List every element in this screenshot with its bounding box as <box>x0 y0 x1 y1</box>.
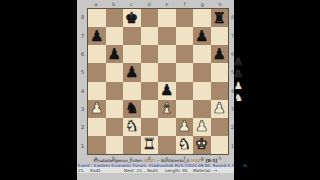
square-c1 <box>123 136 141 154</box>
square-b4 <box>106 82 124 100</box>
square-b2 <box>106 118 124 136</box>
black-king: ♚ <box>125 11 138 26</box>
square-g1: ♚ <box>193 136 211 154</box>
chess-gui-frame: abcdefgh 87654321 87654321 ♚♜♟♟♟♟♟♟♟♞♝♟♞… <box>77 0 243 180</box>
square-c2: ♞ <box>123 118 141 136</box>
square-d3 <box>141 100 159 118</box>
black-pawn-icon: ♟ <box>234 68 243 80</box>
square-c7 <box>123 27 141 45</box>
square-d2 <box>141 118 159 136</box>
square-h7 <box>211 27 229 45</box>
square-h3: ♟ <box>211 100 229 118</box>
game-length: Length: 93 <box>165 168 188 173</box>
square-a8 <box>88 9 106 27</box>
square-f2: ♟ <box>176 118 194 136</box>
black-knight: ♞ <box>125 101 138 116</box>
white-knight-icon: ♞ <box>234 92 243 104</box>
square-d7 <box>141 27 159 45</box>
square-a4 <box>88 82 106 100</box>
square-e2 <box>158 118 176 136</box>
right-black-strip: ♟♟♟♞ <box>234 0 243 180</box>
file-label-top-a: a <box>87 0 105 7</box>
square-h8: ♜ <box>211 9 229 27</box>
white-knight: ♞ <box>178 137 191 152</box>
status-line: 21. Rxd1 Next: 21 ...Nxd1 Length: 93 Mat… <box>77 167 234 173</box>
square-c4 <box>123 82 141 100</box>
black-pawn: ♟ <box>213 47 226 62</box>
move-number: 21. <box>78 168 85 173</box>
rank-label-left-8: 8 <box>80 8 86 26</box>
rank-label-left-4: 4 <box>80 82 86 100</box>
white-pawn: ♟ <box>195 119 208 134</box>
square-e1 <box>158 136 176 154</box>
square-e5 <box>158 63 176 81</box>
square-a3: ♟ <box>88 100 106 118</box>
square-h5 <box>211 63 229 81</box>
square-g5 <box>193 63 211 81</box>
black-pawn: ♟ <box>108 47 121 62</box>
square-a1 <box>88 136 106 154</box>
file-label-top-e: e <box>158 0 176 7</box>
file-label-top-b: b <box>105 0 123 7</box>
black-rook: ♜ <box>213 11 226 26</box>
square-e6 <box>158 45 176 63</box>
square-d6 <box>141 45 159 63</box>
white-rook: ♜ <box>143 137 156 152</box>
black-pawn: ♟ <box>195 29 208 44</box>
square-g7: ♟ <box>193 27 211 45</box>
square-b3 <box>106 100 124 118</box>
black-pawn: ♟ <box>125 65 138 80</box>
square-f8 <box>176 9 194 27</box>
square-d4 <box>141 82 159 100</box>
last-move: Rxd1 <box>90 168 101 173</box>
square-f4 <box>176 82 194 100</box>
video-thumbnail: abcdefgh 87654321 87654321 ♚♜♟♟♟♟♟♟♟♞♝♟♞… <box>0 0 320 180</box>
next-move: Next: 21 ...Nxd1 <box>124 168 158 173</box>
square-c8: ♚ <box>123 9 141 27</box>
white-pawn-icon: ♟ <box>234 80 243 92</box>
square-d5 <box>141 63 159 81</box>
chess-board: ♚♜♟♟♟♟♟♟♟♞♝♟♞♟♟♜♞♚ <box>87 8 229 155</box>
file-label-top-f: f <box>176 0 194 7</box>
rank-labels-left: 87654321 <box>80 8 86 155</box>
white-bishop: ♝ <box>160 101 173 116</box>
material-balance: Material: -+ <box>193 168 218 173</box>
file-label-top-d: d <box>140 0 158 7</box>
square-g2: ♟ <box>193 118 211 136</box>
square-a6 <box>88 45 106 63</box>
square-b5 <box>106 63 124 81</box>
file-label-top-c: c <box>123 0 141 7</box>
square-c6 <box>123 45 141 63</box>
white-pawn: ♟ <box>213 101 226 116</box>
square-b8 <box>106 9 124 27</box>
rank-label-left-6: 6 <box>80 45 86 63</box>
square-c5: ♟ <box>123 63 141 81</box>
square-h6: ♟ <box>211 45 229 63</box>
square-h4 <box>211 82 229 100</box>
square-c3: ♞ <box>123 100 141 118</box>
square-g4 <box>193 82 211 100</box>
square-f6 <box>176 45 194 63</box>
square-a2 <box>88 118 106 136</box>
black-pawn: ♟ <box>90 29 103 44</box>
square-e8 <box>158 9 176 27</box>
square-e3: ♝ <box>158 100 176 118</box>
square-g8 <box>193 9 211 27</box>
white-pawn: ♟ <box>90 101 103 116</box>
square-f3 <box>176 100 194 118</box>
black-pawn-icon: ♟ <box>234 56 243 68</box>
rank-label-left-1: 1 <box>80 137 86 155</box>
white-knight: ♞ <box>125 119 138 134</box>
square-h2 <box>211 118 229 136</box>
file-label-top-h: h <box>211 0 229 7</box>
square-g6 <box>193 45 211 63</box>
square-b6: ♟ <box>106 45 124 63</box>
square-h1 <box>211 136 229 154</box>
square-f5 <box>176 63 194 81</box>
square-d8 <box>141 9 159 27</box>
square-e4: ♟ <box>158 82 176 100</box>
rank-label-left-2: 2 <box>80 118 86 136</box>
square-b1 <box>106 136 124 154</box>
square-a7: ♟ <box>88 27 106 45</box>
file-label-top-g: g <box>194 0 212 7</box>
square-f1: ♞ <box>176 136 194 154</box>
square-a5 <box>88 63 106 81</box>
white-pawn: ♟ <box>178 119 191 134</box>
white-king: ♚ <box>195 137 208 152</box>
square-b7 <box>106 27 124 45</box>
square-f7 <box>176 27 194 45</box>
square-d1: ♜ <box>141 136 159 154</box>
rank-label-left-7: 7 <box>80 26 86 44</box>
rank-label-left-5: 5 <box>80 63 86 81</box>
captured-pieces-tray: ♟♟♟♞ <box>234 56 243 104</box>
black-pawn: ♟ <box>160 83 173 98</box>
file-labels-top: abcdefgh <box>87 0 229 7</box>
square-g3 <box>193 100 211 118</box>
square-e7 <box>158 27 176 45</box>
rank-label-left-3: 3 <box>80 100 86 118</box>
